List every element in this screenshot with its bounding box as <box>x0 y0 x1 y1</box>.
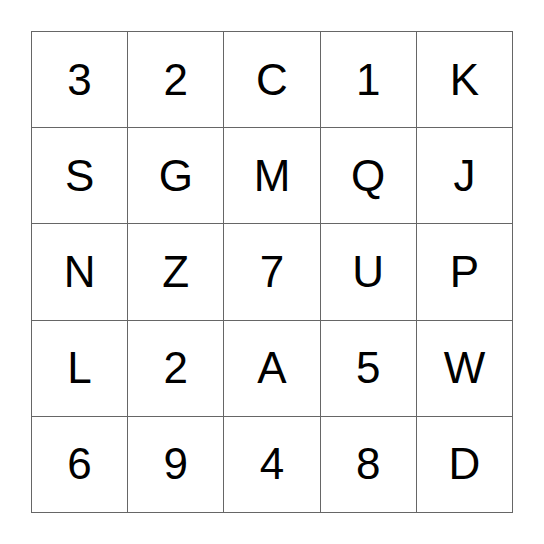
grid-cell-r2c2[interactable]: G <box>128 128 223 223</box>
grid-cell-r1c5[interactable]: K <box>417 32 512 127</box>
grid-cell-r4c5[interactable]: W <box>417 321 512 416</box>
grid-cell-r2c5[interactable]: J <box>417 128 512 223</box>
grid-cell-r1c1[interactable]: 3 <box>32 32 127 127</box>
grid-cell-r5c2[interactable]: 9 <box>128 417 223 512</box>
bingo-board: 3 2 C 1 K S G M Q J N Z 7 U P L 2 A 5 W … <box>31 31 513 513</box>
grid-cell-r3c3[interactable]: 7 <box>224 224 319 319</box>
grid-cell-r5c1[interactable]: 6 <box>32 417 127 512</box>
grid-cell-r1c3[interactable]: C <box>224 32 319 127</box>
grid-cell-r3c2[interactable]: Z <box>128 224 223 319</box>
grid-cell-r4c1[interactable]: L <box>32 321 127 416</box>
grid-cell-r2c1[interactable]: S <box>32 128 127 223</box>
grid-cell-r3c4[interactable]: U <box>321 224 416 319</box>
grid-cell-r2c3[interactable]: M <box>224 128 319 223</box>
grid-cell-r4c2[interactable]: 2 <box>128 321 223 416</box>
grid-cell-r1c4[interactable]: 1 <box>321 32 416 127</box>
grid-cell-r1c2[interactable]: 2 <box>128 32 223 127</box>
grid-cell-r5c3[interactable]: 4 <box>224 417 319 512</box>
grid-cell-r5c5[interactable]: D <box>417 417 512 512</box>
bingo-page: 3 2 C 1 K S G M Q J N Z 7 U P L 2 A 5 W … <box>0 0 544 544</box>
grid-cell-r3c1[interactable]: N <box>32 224 127 319</box>
grid-cell-r4c4[interactable]: 5 <box>321 321 416 416</box>
grid-cell-r4c3[interactable]: A <box>224 321 319 416</box>
grid-cell-r3c5[interactable]: P <box>417 224 512 319</box>
grid-cell-r2c4[interactable]: Q <box>321 128 416 223</box>
grid-cell-r5c4[interactable]: 8 <box>321 417 416 512</box>
